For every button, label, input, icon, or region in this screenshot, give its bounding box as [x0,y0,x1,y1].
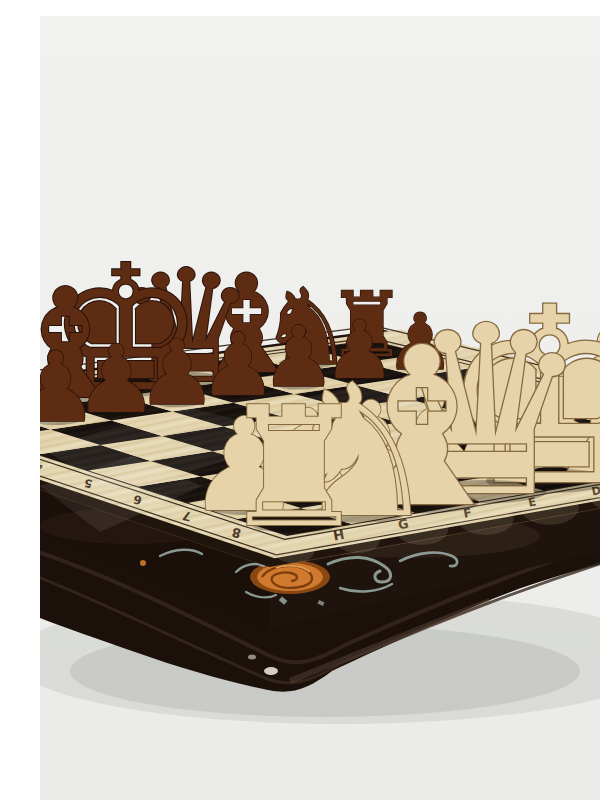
chessboard-product-photo: HGFEDCBA87654321♜♞♟♝♟♛♟♚♟♝♟♞♟♟♟♟♟♟♞♟♝♟♚♟… [40,16,600,800]
piece-light-rook-h8: ♜ [220,371,369,564]
svg-text:♟: ♟ [40,331,99,444]
board-scene: HGFEDCBA87654321♜♞♟♝♟♛♟♚♟♝♟♞♟♟♟♟♟♟♞♟♝♟♚♟… [40,16,600,800]
piece-dark-pawn-g2: ♟ [40,331,99,444]
svg-text:♜: ♜ [220,371,369,564]
